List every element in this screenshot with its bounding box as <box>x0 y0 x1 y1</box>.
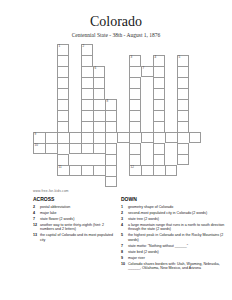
grid-void <box>165 143 177 154</box>
clue-text: Colorado shares borders with: Utah, Wyom… <box>128 262 225 271</box>
grid-void <box>141 44 153 55</box>
worksheet-page: Colorado Centennial State - 38th - Augus… <box>0 0 232 300</box>
grid-cell[interactable] <box>81 55 93 66</box>
grid-cell[interactable]: 3 <box>129 55 141 66</box>
grid-void <box>117 154 129 165</box>
page-subtitle: Centennial State - 38th - August 1, 1876 <box>0 32 232 38</box>
grid-cell[interactable] <box>57 55 69 66</box>
grid-void <box>189 99 201 110</box>
grid-cell[interactable] <box>129 77 141 88</box>
grid-void <box>141 55 153 66</box>
grid-void <box>141 121 153 132</box>
grid-void <box>45 110 57 121</box>
grid-void <box>165 88 177 99</box>
cell-number: 11 <box>59 166 62 170</box>
grid-void <box>165 154 177 165</box>
clue-text: a large mountain range that runs in a no… <box>128 223 225 232</box>
grid-cell[interactable]: 5 <box>177 55 189 66</box>
grid-void <box>81 154 93 165</box>
grid-void <box>45 88 57 99</box>
crossword-grid: 123456789101112 <box>33 44 201 187</box>
grid-void <box>177 44 189 55</box>
grid-cell[interactable] <box>93 165 105 176</box>
grid-void <box>189 143 201 154</box>
grid-void <box>33 99 45 110</box>
clue-number: 10 <box>121 262 128 271</box>
grid-void <box>189 121 201 132</box>
clue-text: state flower (2 words) <box>40 217 117 221</box>
grid-cell[interactable] <box>93 88 105 99</box>
grid-void <box>117 176 129 187</box>
grid-cell[interactable] <box>129 99 141 110</box>
across-header: ACROSS <box>33 196 117 202</box>
clue-item: 7 state flower (2 words) <box>33 217 117 221</box>
grid-void <box>177 176 189 187</box>
clue-item: 1 geometry shape of Colorado <box>121 205 225 209</box>
grid-void <box>117 99 129 110</box>
grid-void <box>189 44 201 55</box>
clue-item: 2 second-most populated city in Colorado… <box>121 211 225 215</box>
grid-cell[interactable]: 6 <box>93 66 105 77</box>
grid-void <box>33 77 45 88</box>
grid-void <box>45 154 57 165</box>
cell-number: 5 <box>179 56 181 60</box>
crossword-grid-wrap: 123456789101112 <box>33 44 201 187</box>
grid-void <box>165 99 177 110</box>
clue-number: 2 <box>121 211 128 215</box>
grid-cell[interactable] <box>81 77 93 88</box>
clue-number: 7 <box>33 217 40 221</box>
grid-void <box>165 77 177 88</box>
grid-cell[interactable] <box>57 99 69 110</box>
grid-void <box>69 66 81 77</box>
grid-void <box>141 88 153 99</box>
grid-void <box>189 77 201 88</box>
grid-void <box>33 154 45 165</box>
grid-cell[interactable] <box>81 66 93 77</box>
grid-cell[interactable] <box>81 143 93 154</box>
grid-cell[interactable] <box>153 88 165 99</box>
grid-void <box>69 121 81 132</box>
grid-void <box>165 55 177 66</box>
grid-cell[interactable] <box>69 165 81 176</box>
grid-void <box>105 44 117 55</box>
grid-cell[interactable] <box>177 143 189 154</box>
clue-number: 7 <box>121 244 128 248</box>
clue-text: major lake <box>40 211 117 215</box>
grid-cell[interactable] <box>81 121 93 132</box>
grid-cell[interactable] <box>165 165 177 176</box>
grid-cell[interactable] <box>177 77 189 88</box>
grid-void <box>165 66 177 77</box>
grid-cell[interactable] <box>129 66 141 77</box>
grid-cell[interactable] <box>105 165 117 176</box>
across-clue-list: 2 postal abbreviation 4 major lake 7 sta… <box>33 205 117 242</box>
grid-cell[interactable] <box>81 110 93 121</box>
grid-cell[interactable] <box>57 77 69 88</box>
grid-void <box>57 176 69 187</box>
grid-void <box>117 121 129 132</box>
grid-cell[interactable] <box>105 121 117 132</box>
grid-cell[interactable] <box>129 88 141 99</box>
page-title: Colorado <box>0 14 232 30</box>
grid-void <box>33 44 45 55</box>
grid-cell[interactable]: 2 <box>81 44 93 55</box>
grid-cell[interactable] <box>153 66 165 77</box>
clue-number: 12 <box>33 223 40 232</box>
grid-cell[interactable] <box>93 99 105 110</box>
grid-cell[interactable] <box>69 143 81 154</box>
grid-cell[interactable]: 12 <box>129 165 141 176</box>
grid-void <box>33 88 45 99</box>
grid-void <box>69 110 81 121</box>
grid-void <box>105 88 117 99</box>
grid-void <box>141 99 153 110</box>
grid-cell[interactable] <box>141 132 153 143</box>
grid-cell[interactable] <box>153 154 165 165</box>
clue-text: the highest peak in Colorado and in the … <box>128 233 225 242</box>
grid-cell[interactable] <box>153 99 165 110</box>
clue-text: state bird (2 words) <box>128 250 225 254</box>
cell-number: 6 <box>95 67 97 71</box>
grid-void <box>129 44 141 55</box>
grid-cell[interactable] <box>57 88 69 99</box>
grid-cell[interactable] <box>93 77 105 88</box>
across-section: ACROSS 2 postal abbreviation 4 major lak… <box>33 196 117 244</box>
grid-void <box>93 176 105 187</box>
clue-number: 4 <box>121 223 128 232</box>
grid-void <box>117 143 129 154</box>
grid-cell[interactable] <box>129 132 141 143</box>
cell-number: 9 <box>35 133 37 137</box>
grid-void <box>141 176 153 187</box>
grid-cell[interactable] <box>177 121 189 132</box>
grid-cell[interactable] <box>57 66 69 77</box>
grid-cell[interactable]: 11 <box>57 165 69 176</box>
clue-number: 4 <box>33 211 40 215</box>
clue-number: 9 <box>121 256 128 260</box>
grid-void <box>165 110 177 121</box>
clue-item: 4 major lake <box>33 211 117 215</box>
grid-void <box>45 44 57 55</box>
grid-void <box>33 176 45 187</box>
grid-void <box>189 66 201 77</box>
grid-void <box>105 77 117 88</box>
grid-cell[interactable] <box>177 99 189 110</box>
grid-cell[interactable] <box>177 132 189 143</box>
grid-cell[interactable] <box>81 88 93 99</box>
grid-cell[interactable]: 8 <box>105 99 117 110</box>
down-header: DOWN <box>121 196 225 202</box>
grid-void <box>105 66 117 77</box>
grid-cell[interactable] <box>57 121 69 132</box>
grid-void <box>165 121 177 132</box>
grid-cell[interactable] <box>153 143 165 154</box>
grid-cell[interactable] <box>129 121 141 132</box>
clue-text: major river <box>128 256 225 260</box>
grid-void <box>105 55 117 66</box>
cell-number: 3 <box>131 56 133 60</box>
grid-cell[interactable] <box>45 132 57 143</box>
grid-void <box>117 55 129 66</box>
clue-text: second-most populated city in Colorado (… <box>128 211 225 215</box>
grid-cell[interactable] <box>153 77 165 88</box>
grid-cell[interactable] <box>57 143 69 154</box>
grid-void <box>69 77 81 88</box>
grid-void <box>117 66 129 77</box>
grid-cell[interactable] <box>105 143 117 154</box>
clue-number: 2 <box>33 205 40 209</box>
credit-line: www.free-for-kids.com <box>33 189 69 193</box>
cell-number: 4 <box>155 56 157 60</box>
grid-cell[interactable] <box>165 132 177 143</box>
grid-void <box>45 176 57 187</box>
grid-void <box>117 88 129 99</box>
grid-cell[interactable]: 10 <box>33 143 45 154</box>
clue-number: 8 <box>121 250 128 254</box>
grid-cell[interactable] <box>177 66 189 77</box>
grid-cell[interactable] <box>153 165 165 176</box>
clue-text: the capital of Colorado and its most pop… <box>40 233 117 242</box>
grid-void <box>177 165 189 176</box>
grid-cell[interactable] <box>105 154 117 165</box>
grid-void <box>45 55 57 66</box>
clue-text: postal abbreviation <box>40 205 117 209</box>
grid-void <box>189 55 201 66</box>
clue-item: 4 a large mountain range that runs in a … <box>121 223 225 232</box>
grid-cell[interactable] <box>81 99 93 110</box>
grid-cell[interactable] <box>93 132 105 143</box>
grid-void <box>141 77 153 88</box>
grid-void <box>129 176 141 187</box>
grid-void <box>117 77 129 88</box>
grid-void <box>69 176 81 187</box>
grid-cell[interactable] <box>57 110 69 121</box>
grid-cell[interactable] <box>69 132 81 143</box>
grid-void <box>165 44 177 55</box>
grid-cell[interactable] <box>189 132 201 143</box>
grid-cell[interactable] <box>117 132 129 143</box>
clue-number: 13 <box>33 233 40 242</box>
clue-item: 10 Colorado shares borders with: Utah, W… <box>121 262 225 271</box>
grid-cell[interactable] <box>129 154 141 165</box>
cell-number: 7 <box>143 67 145 71</box>
grid-void <box>189 110 201 121</box>
clue-item: 9 major river <box>121 256 225 260</box>
grid-cell[interactable] <box>105 176 117 187</box>
clue-number: 1 <box>121 205 128 209</box>
grid-cell[interactable] <box>57 154 69 165</box>
clue-text: state motto: "Nothing without ______" <box>128 244 225 248</box>
grid-cell[interactable]: 9 <box>33 132 45 143</box>
grid-void <box>45 99 57 110</box>
grid-void <box>117 165 129 176</box>
grid-cell[interactable] <box>57 132 69 143</box>
grid-cell[interactable] <box>45 143 57 154</box>
grid-cell[interactable] <box>81 165 93 176</box>
clue-item: 12 another way to write thirty-eighth (h… <box>33 223 117 232</box>
clue-item: 13 the capital of Colorado and its most … <box>33 233 117 242</box>
grid-void <box>141 110 153 121</box>
clue-number: 5 <box>121 233 128 242</box>
grid-void <box>33 121 45 132</box>
clue-number: 3 <box>121 217 128 221</box>
clue-item: 5 the highest peak in Colorado and in th… <box>121 233 225 242</box>
grid-void <box>81 176 93 187</box>
grid-void <box>33 55 45 66</box>
cell-number: 2 <box>83 45 85 49</box>
grid-cell[interactable] <box>105 132 117 143</box>
grid-cell[interactable]: 1 <box>57 44 69 55</box>
clue-item: 2 postal abbreviation <box>33 205 117 209</box>
grid-cell[interactable] <box>153 121 165 132</box>
grid-void <box>153 44 165 55</box>
grid-cell[interactable] <box>105 110 117 121</box>
grid-void <box>45 165 57 176</box>
grid-void <box>117 44 129 55</box>
grid-void <box>45 66 57 77</box>
grid-cell[interactable] <box>129 110 141 121</box>
down-clue-list: 1 geometry shape of Colorado 2 second-mo… <box>121 205 225 271</box>
grid-cell[interactable] <box>153 110 165 121</box>
clue-text: geometry shape of Colorado <box>128 205 225 209</box>
grid-void <box>33 66 45 77</box>
grid-void <box>45 121 57 132</box>
grid-cell[interactable] <box>129 143 141 154</box>
grid-void <box>153 176 165 187</box>
grid-void <box>69 55 81 66</box>
grid-void <box>189 165 201 176</box>
grid-cell[interactable] <box>177 110 189 121</box>
down-section: DOWN 1 geometry shape of Colorado 2 seco… <box>121 196 225 272</box>
cell-number: 12 <box>131 166 134 170</box>
grid-void <box>69 44 81 55</box>
cell-number: 1 <box>59 45 61 49</box>
grid-void <box>189 88 201 99</box>
grid-cell[interactable] <box>93 121 105 132</box>
grid-void <box>33 110 45 121</box>
grid-cell[interactable] <box>141 165 153 176</box>
grid-cell[interactable] <box>177 154 189 165</box>
grid-cell[interactable]: 7 <box>141 66 153 77</box>
grid-void <box>189 176 201 187</box>
clue-item: 7 state motto: "Nothing without ______" <box>121 244 225 248</box>
grid-void <box>93 44 105 55</box>
cell-number: 10 <box>35 144 38 148</box>
cell-number: 8 <box>107 100 109 104</box>
grid-cell[interactable]: 4 <box>153 55 165 66</box>
grid-void <box>117 110 129 121</box>
grid-void <box>141 154 153 165</box>
clue-text: another way to write thirty-eighth (hint… <box>40 223 117 232</box>
grid-void <box>69 154 81 165</box>
grid-void <box>93 55 105 66</box>
grid-void <box>93 154 105 165</box>
grid-void <box>141 143 153 154</box>
grid-void <box>189 154 201 165</box>
clue-text: state tree (2 words) <box>128 217 225 221</box>
grid-cell[interactable] <box>81 132 93 143</box>
grid-cell[interactable] <box>153 132 165 143</box>
grid-void <box>165 176 177 187</box>
grid-void <box>69 88 81 99</box>
grid-cell[interactable] <box>93 143 105 154</box>
grid-void <box>45 77 57 88</box>
grid-void <box>69 99 81 110</box>
grid-void <box>33 165 45 176</box>
clue-item: 3 state tree (2 words) <box>121 217 225 221</box>
clue-item: 8 state bird (2 words) <box>121 250 225 254</box>
grid-cell[interactable] <box>93 110 105 121</box>
grid-cell[interactable] <box>177 88 189 99</box>
